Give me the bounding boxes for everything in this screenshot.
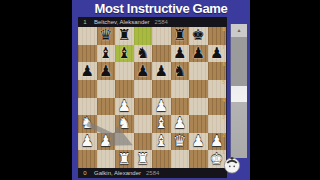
black-rook-f8[interactable]: ♜ xyxy=(173,28,186,43)
player-rating-bottom: 2584 xyxy=(146,168,159,178)
square-a1[interactable] xyxy=(78,150,97,168)
white-pawn-f3[interactable]: ♟ xyxy=(173,116,186,131)
black-pawn-f7[interactable]: ♟ xyxy=(173,45,186,60)
rank-label-2: 2 xyxy=(222,133,225,138)
square-c6[interactable] xyxy=(115,62,134,80)
square-h7[interactable]: ♟7 xyxy=(208,45,227,63)
square-c4[interactable]: ♟ xyxy=(115,98,134,116)
player-name-bottom: Galkin, Alexander xyxy=(94,168,141,178)
rank-label-4: 4 xyxy=(222,98,225,103)
white-pawn-e4[interactable]: ♟ xyxy=(155,98,168,113)
square-g4[interactable] xyxy=(189,98,208,116)
black-pawn-b6[interactable]: ♟ xyxy=(99,63,112,78)
square-f5[interactable] xyxy=(171,80,190,98)
square-a4[interactable] xyxy=(78,98,97,116)
black-pawn-e6[interactable]: ♟ xyxy=(155,63,168,78)
square-a5[interactable] xyxy=(78,80,97,98)
square-c1[interactable]: ♜ xyxy=(115,150,134,168)
square-a7[interactable] xyxy=(78,45,97,63)
square-c2[interactable] xyxy=(115,133,134,151)
square-h2[interactable]: ♟2 xyxy=(208,133,227,151)
white-queen-f2[interactable]: ♛ xyxy=(173,134,186,149)
white-knight-a3[interactable]: ♞ xyxy=(81,116,94,131)
square-b6[interactable]: ♟ xyxy=(97,62,116,80)
square-b1[interactable] xyxy=(97,150,116,168)
square-e4[interactable]: ♟ xyxy=(152,98,171,116)
black-bishop-b7[interactable]: ♝ xyxy=(99,45,112,60)
page-title: Most Instructive Game xyxy=(72,0,250,17)
white-pawn-h2[interactable]: ♟ xyxy=(210,134,223,149)
square-h4[interactable]: 4 xyxy=(208,98,227,116)
square-g2[interactable]: ♟ xyxy=(189,133,208,151)
player-bar-white: 0 Galkin, Alexander 2584 xyxy=(78,168,227,178)
square-e8[interactable] xyxy=(152,27,171,45)
square-g1[interactable] xyxy=(189,150,208,168)
square-f6[interactable]: ♞ xyxy=(171,62,190,80)
square-d4[interactable] xyxy=(134,98,153,116)
square-e2[interactable]: ♝ xyxy=(152,133,171,151)
rank-label-3: 3 xyxy=(222,115,225,120)
square-d7[interactable]: ♞ xyxy=(134,45,153,63)
white-pawn-a2[interactable]: ♟ xyxy=(81,134,94,149)
square-h3[interactable]: 3 xyxy=(208,115,227,133)
square-g3[interactable] xyxy=(189,115,208,133)
square-f3[interactable]: ♟ xyxy=(171,115,190,133)
white-king-h1[interactable]: ♚ xyxy=(210,151,223,166)
square-d1[interactable]: ♜ xyxy=(134,150,153,168)
square-d6[interactable]: ♟ xyxy=(134,62,153,80)
square-d3[interactable] xyxy=(134,115,153,133)
white-bishop-e2[interactable]: ♝ xyxy=(155,134,168,149)
rank-label-5: 5 xyxy=(222,80,225,85)
player-rating-top: 2584 xyxy=(155,17,168,27)
result-score-bottom: 0 xyxy=(80,168,90,178)
square-b3[interactable] xyxy=(97,115,116,133)
square-a6[interactable]: ♟ xyxy=(78,62,97,80)
black-king-g8[interactable]: ♚ xyxy=(192,28,205,43)
square-d2[interactable] xyxy=(134,133,153,151)
square-h5[interactable]: 5 xyxy=(208,80,227,98)
square-g6[interactable] xyxy=(189,62,208,80)
rank-label-8: 8 xyxy=(222,27,225,32)
black-pawn-a6[interactable]: ♟ xyxy=(81,63,94,78)
square-d8[interactable] xyxy=(134,27,153,45)
white-rook-d1[interactable]: ♜ xyxy=(136,151,149,166)
rank-label-7: 7 xyxy=(222,45,225,50)
ball-icon[interactable] xyxy=(223,156,241,174)
square-b2[interactable]: ♟ xyxy=(97,133,116,151)
black-rook-c8[interactable]: ♜ xyxy=(118,28,131,43)
square-b8[interactable]: ♛ xyxy=(97,27,116,45)
square-h8[interactable]: 8 xyxy=(208,27,227,45)
video-panel: Most Instructive Game 1 Beltchev, Aleksa… xyxy=(72,0,250,180)
square-c5[interactable] xyxy=(115,80,134,98)
scrollbar[interactable]: ▲ xyxy=(230,24,247,158)
black-knight-f6[interactable]: ♞ xyxy=(173,63,186,78)
square-g8[interactable]: ♚ xyxy=(189,27,208,45)
square-a2[interactable]: ♟ xyxy=(78,133,97,151)
square-c7[interactable]: ♝ xyxy=(115,45,134,63)
square-a3[interactable]: ♞ xyxy=(78,115,97,133)
white-bishop-e3[interactable]: ♝ xyxy=(155,116,168,131)
square-e3[interactable]: ♝ xyxy=(152,115,171,133)
square-f4[interactable] xyxy=(171,98,190,116)
square-b5[interactable] xyxy=(97,80,116,98)
square-c3[interactable]: ♞ xyxy=(115,115,134,133)
square-h6[interactable]: 6 xyxy=(208,62,227,80)
black-bishop-c7[interactable]: ♝ xyxy=(118,45,131,60)
rank-label-1: 1 xyxy=(222,150,225,155)
square-b7[interactable]: ♝ xyxy=(97,45,116,63)
square-f2[interactable]: ♛ xyxy=(171,133,190,151)
screenshot-stage: Most Instructive Game 1 Beltchev, Aleksa… xyxy=(0,0,320,180)
square-b4[interactable] xyxy=(97,98,116,116)
black-pawn-g7[interactable]: ♟ xyxy=(192,45,205,60)
chess-board[interactable]: ♛♜♜♚8♝♝♞♟♟♟7♟♟♟♟♞65♟♟4♞♞♝♟3♟♟♝♛♟♟2♜♜♚1 xyxy=(78,27,227,168)
square-a8[interactable] xyxy=(78,27,97,45)
white-pawn-b2[interactable]: ♟ xyxy=(99,134,112,149)
square-f8[interactable]: ♜ xyxy=(171,27,190,45)
white-pawn-c4[interactable]: ♟ xyxy=(118,98,131,113)
square-g5[interactable] xyxy=(189,80,208,98)
square-e1[interactable] xyxy=(152,150,171,168)
black-knight-d7[interactable]: ♞ xyxy=(136,45,149,60)
square-f1[interactable] xyxy=(171,150,190,168)
square-c8[interactable]: ♜ xyxy=(115,27,134,45)
white-pawn-g2[interactable]: ♟ xyxy=(192,134,205,149)
black-pawn-d6[interactable]: ♟ xyxy=(136,63,149,78)
scroll-up-arrow-icon[interactable]: ▲ xyxy=(231,26,247,34)
square-g7[interactable]: ♟ xyxy=(189,45,208,63)
square-f7[interactable]: ♟ xyxy=(171,45,190,63)
result-score-top: 1 xyxy=(80,17,90,27)
square-e5[interactable] xyxy=(152,80,171,98)
rank-label-6: 6 xyxy=(222,62,225,67)
black-pawn-h7[interactable]: ♟ xyxy=(210,45,223,60)
black-queen-b8[interactable]: ♛ xyxy=(99,28,112,43)
square-e7[interactable] xyxy=(152,45,171,63)
square-e6[interactable]: ♟ xyxy=(152,62,171,80)
square-d5[interactable] xyxy=(134,80,153,98)
white-knight-c3[interactable]: ♞ xyxy=(118,116,131,131)
white-rook-c1[interactable]: ♜ xyxy=(118,151,131,166)
